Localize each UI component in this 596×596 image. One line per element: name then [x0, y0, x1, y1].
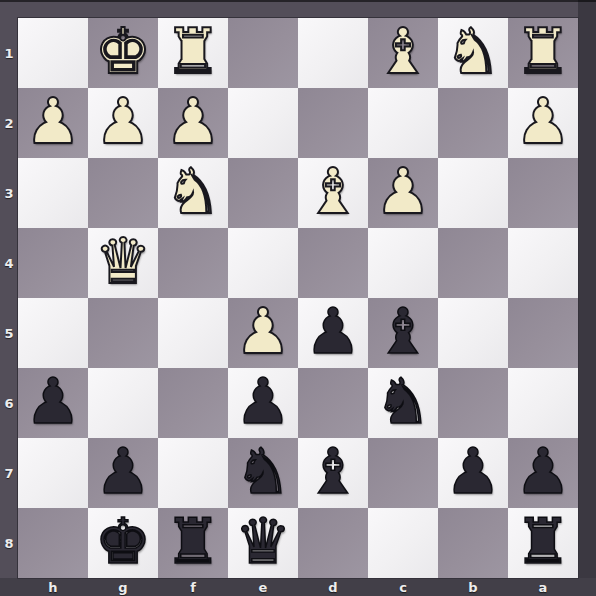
square-d7[interactable]: ♝ — [298, 438, 368, 508]
piece-black-pawn[interactable]: ♟ — [515, 440, 571, 503]
square-b5[interactable] — [438, 298, 508, 368]
square-b1[interactable]: ♞ — [438, 18, 508, 88]
square-b4[interactable] — [438, 228, 508, 298]
square-a3[interactable] — [508, 158, 578, 228]
square-h4[interactable] — [18, 228, 88, 298]
rank-label-7: 7 — [0, 438, 18, 508]
piece-black-knight[interactable]: ♞ — [375, 370, 431, 433]
frame-right-edge — [578, 0, 596, 596]
square-c6[interactable]: ♞ — [368, 368, 438, 438]
square-f3[interactable]: ♞ — [158, 158, 228, 228]
square-c2[interactable] — [368, 88, 438, 158]
square-b8[interactable] — [438, 508, 508, 578]
piece-white-pawn[interactable]: ♟ — [235, 300, 291, 363]
file-label-c: c — [368, 578, 438, 596]
piece-white-pawn[interactable]: ♟ — [165, 90, 221, 153]
file-label-b: b — [438, 578, 508, 596]
rank-label-6: 6 — [0, 368, 18, 438]
piece-white-rook[interactable]: ♜ — [515, 20, 571, 83]
square-g4[interactable]: ♛ — [88, 228, 158, 298]
square-g8[interactable]: ♚ — [88, 508, 158, 578]
square-h8[interactable] — [18, 508, 88, 578]
piece-black-bishop[interactable]: ♝ — [305, 440, 361, 503]
square-d4[interactable] — [298, 228, 368, 298]
square-c8[interactable] — [368, 508, 438, 578]
square-f2[interactable]: ♟ — [158, 88, 228, 158]
piece-white-king[interactable]: ♚ — [95, 20, 151, 83]
piece-black-pawn[interactable]: ♟ — [95, 440, 151, 503]
square-e6[interactable]: ♟ — [228, 368, 298, 438]
piece-white-bishop[interactable]: ♝ — [305, 160, 361, 223]
square-c3[interactable]: ♟ — [368, 158, 438, 228]
rank-label-2: 2 — [0, 88, 18, 158]
square-c7[interactable] — [368, 438, 438, 508]
square-d2[interactable] — [298, 88, 368, 158]
square-e7[interactable]: ♞ — [228, 438, 298, 508]
square-g6[interactable] — [88, 368, 158, 438]
square-a6[interactable] — [508, 368, 578, 438]
square-h7[interactable] — [18, 438, 88, 508]
piece-black-pawn[interactable]: ♟ — [445, 440, 501, 503]
square-h6[interactable]: ♟ — [18, 368, 88, 438]
square-c4[interactable] — [368, 228, 438, 298]
square-d5[interactable]: ♟ — [298, 298, 368, 368]
square-e3[interactable] — [228, 158, 298, 228]
piece-black-rook[interactable]: ♜ — [165, 510, 221, 573]
piece-white-queen[interactable]: ♛ — [95, 230, 151, 293]
piece-black-bishop[interactable]: ♝ — [375, 300, 431, 363]
square-g1[interactable]: ♚ — [88, 18, 158, 88]
square-g2[interactable]: ♟ — [88, 88, 158, 158]
square-f4[interactable] — [158, 228, 228, 298]
square-a7[interactable]: ♟ — [508, 438, 578, 508]
square-f5[interactable] — [158, 298, 228, 368]
square-a4[interactable] — [508, 228, 578, 298]
piece-white-knight[interactable]: ♞ — [445, 20, 501, 83]
square-a8[interactable]: ♜ — [508, 508, 578, 578]
piece-black-rook[interactable]: ♜ — [515, 510, 571, 573]
piece-white-pawn[interactable]: ♟ — [95, 90, 151, 153]
square-a2[interactable]: ♟ — [508, 88, 578, 158]
piece-black-queen[interactable]: ♛ — [235, 510, 291, 573]
piece-black-pawn[interactable]: ♟ — [235, 370, 291, 433]
square-h1[interactable] — [18, 18, 88, 88]
piece-white-pawn[interactable]: ♟ — [25, 90, 81, 153]
square-e8[interactable]: ♛ — [228, 508, 298, 578]
piece-white-rook[interactable]: ♜ — [165, 20, 221, 83]
piece-black-knight[interactable]: ♞ — [235, 440, 291, 503]
square-e4[interactable] — [228, 228, 298, 298]
piece-white-bishop[interactable]: ♝ — [375, 20, 431, 83]
chess-app-window: ♚♜♝♞♜♟♟♟♟♞♝♟♛♟♟♝♟♟♞♟♞♝♟♟♚♜♛♜ 12345678 hg… — [0, 0, 596, 596]
piece-black-king[interactable]: ♚ — [95, 510, 151, 573]
square-d6[interactable] — [298, 368, 368, 438]
square-e5[interactable]: ♟ — [228, 298, 298, 368]
file-label-a: a — [508, 578, 578, 596]
square-f6[interactable] — [158, 368, 228, 438]
square-f7[interactable] — [158, 438, 228, 508]
square-c5[interactable]: ♝ — [368, 298, 438, 368]
chess-board: ♚♜♝♞♜♟♟♟♟♞♝♟♛♟♟♝♟♟♞♟♞♝♟♟♚♜♛♜ — [18, 18, 578, 578]
square-e2[interactable] — [228, 88, 298, 158]
square-b3[interactable] — [438, 158, 508, 228]
file-label-g: g — [88, 578, 158, 596]
piece-white-pawn[interactable]: ♟ — [515, 90, 571, 153]
piece-black-pawn[interactable]: ♟ — [25, 370, 81, 433]
square-h5[interactable] — [18, 298, 88, 368]
square-g3[interactable] — [88, 158, 158, 228]
file-label-f: f — [158, 578, 228, 596]
square-c1[interactable]: ♝ — [368, 18, 438, 88]
square-b7[interactable]: ♟ — [438, 438, 508, 508]
square-d3[interactable]: ♝ — [298, 158, 368, 228]
square-h3[interactable] — [18, 158, 88, 228]
piece-white-pawn[interactable]: ♟ — [375, 160, 431, 223]
square-e1[interactable] — [228, 18, 298, 88]
piece-black-pawn[interactable]: ♟ — [305, 300, 361, 363]
file-label-d: d — [298, 578, 368, 596]
square-g7[interactable]: ♟ — [88, 438, 158, 508]
rank-label-1: 1 — [0, 18, 18, 88]
square-f8[interactable]: ♜ — [158, 508, 228, 578]
rank-label-8: 8 — [0, 508, 18, 578]
square-d8[interactable] — [298, 508, 368, 578]
square-a5[interactable] — [508, 298, 578, 368]
rank-label-3: 3 — [0, 158, 18, 228]
square-f1[interactable]: ♜ — [158, 18, 228, 88]
square-a1[interactable]: ♜ — [508, 18, 578, 88]
square-h2[interactable]: ♟ — [18, 88, 88, 158]
file-label-h: h — [18, 578, 88, 596]
rank-label-4: 4 — [0, 228, 18, 298]
rank-label-5: 5 — [0, 298, 18, 368]
square-g5[interactable] — [88, 298, 158, 368]
piece-white-knight[interactable]: ♞ — [165, 160, 221, 223]
square-b6[interactable] — [438, 368, 508, 438]
file-label-e: e — [228, 578, 298, 596]
square-d1[interactable] — [298, 18, 368, 88]
square-b2[interactable] — [438, 88, 508, 158]
